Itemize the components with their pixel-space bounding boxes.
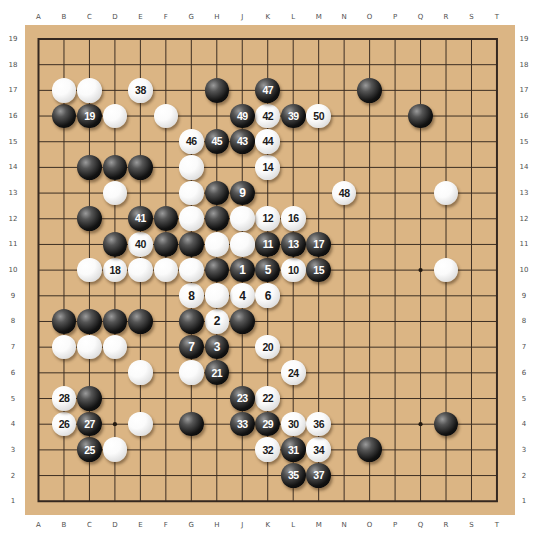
coordinate-label-right: 16 (520, 112, 529, 120)
stone-J9: 4 (230, 283, 255, 308)
stone-B17 (52, 78, 77, 103)
coordinate-label-left: 17 (9, 86, 18, 94)
stone-D3 (103, 437, 128, 462)
move-number: 18 (110, 265, 121, 276)
move-number: 1 (239, 264, 245, 276)
coordinate-label-left: 14 (9, 163, 18, 171)
stone-J10: 1 (230, 258, 255, 283)
stone-D16 (103, 104, 128, 129)
stone-D13 (103, 181, 128, 206)
coordinate-label-left: 15 (9, 138, 18, 146)
coordinate-label-top: N (342, 13, 347, 21)
coordinate-label-left: 8 (11, 317, 15, 325)
stone-H13 (205, 181, 230, 206)
stone-E14 (128, 155, 153, 180)
stone-F10 (154, 258, 179, 283)
coordinate-label-bottom: D (112, 521, 117, 529)
move-number: 31 (288, 445, 299, 456)
coordinate-label-top: H (214, 13, 219, 21)
move-number: 21 (211, 368, 222, 379)
coordinate-label-top: P (393, 13, 397, 21)
coordinate-label-bottom: R (444, 521, 449, 529)
stone-L11: 13 (281, 232, 306, 257)
move-number: 15 (313, 265, 324, 276)
coordinate-label-top: F (164, 13, 168, 21)
stone-E8 (128, 309, 153, 334)
coordinate-label-left: 6 (11, 369, 15, 377)
coordinate-label-bottom: N (342, 521, 347, 529)
stone-D11 (103, 232, 128, 257)
move-number: 13 (288, 239, 299, 250)
stone-H7: 3 (205, 335, 230, 360)
stone-K5: 22 (255, 386, 280, 411)
coordinate-label-top: S (469, 13, 473, 21)
stone-E11: 40 (128, 232, 153, 257)
move-number: 48 (339, 188, 350, 199)
move-number: 16 (288, 213, 299, 224)
coordinate-label-left: 10 (9, 266, 18, 274)
coordinate-label-top: C (87, 13, 92, 21)
move-number: 17 (313, 239, 324, 250)
coordinate-label-left: 13 (9, 189, 18, 197)
move-number: 44 (262, 136, 273, 147)
coordinate-label-top: T (495, 13, 499, 21)
move-number: 29 (262, 419, 273, 430)
move-number: 9 (239, 187, 245, 199)
stone-K12: 12 (255, 206, 280, 231)
stone-C14 (77, 155, 102, 180)
stone-L12: 16 (281, 206, 306, 231)
coordinate-label-bottom: F (164, 521, 168, 529)
coordinate-label-left: 2 (11, 472, 15, 480)
coordinate-label-right: 3 (522, 446, 526, 454)
stone-C16: 19 (77, 104, 102, 129)
move-number: 50 (313, 111, 324, 122)
stone-H10 (205, 258, 230, 283)
stone-C5 (77, 386, 102, 411)
coordinate-label-right: 14 (520, 163, 529, 171)
stone-R13 (434, 181, 459, 206)
move-number: 37 (313, 470, 324, 481)
stone-H11 (205, 232, 230, 257)
stone-R10 (434, 258, 459, 283)
stone-K15: 44 (255, 129, 280, 154)
coordinate-label-bottom: K (265, 521, 270, 529)
stone-J15: 43 (230, 129, 255, 154)
move-number: 38 (135, 85, 146, 96)
coordinate-label-bottom: J (241, 521, 243, 529)
move-number: 40 (135, 239, 146, 250)
move-number: 49 (237, 111, 248, 122)
coordinate-label-top: M (316, 13, 322, 21)
stone-Q16 (408, 104, 433, 129)
stone-K9: 6 (255, 283, 280, 308)
stone-H17 (205, 78, 230, 103)
coordinate-label-right: 15 (520, 138, 529, 146)
move-number: 36 (313, 419, 324, 430)
move-number: 47 (262, 85, 273, 96)
stone-O3 (357, 437, 382, 462)
stone-J5: 23 (230, 386, 255, 411)
coordinate-label-right: 1 (522, 497, 526, 505)
stone-D7 (103, 335, 128, 360)
move-number: 23 (237, 393, 248, 404)
stone-K3: 32 (255, 437, 280, 462)
stone-C4: 27 (77, 412, 102, 437)
move-number: 11 (263, 239, 273, 250)
stone-L10: 10 (281, 258, 306, 283)
stone-F16 (154, 104, 179, 129)
stone-D10: 18 (103, 258, 128, 283)
coordinate-label-bottom: H (214, 521, 219, 529)
move-number: 42 (262, 111, 273, 122)
stone-D14 (103, 155, 128, 180)
stone-C17 (77, 78, 102, 103)
stone-L4: 30 (281, 412, 306, 437)
stone-M10: 15 (306, 258, 331, 283)
coordinate-label-left: 5 (11, 395, 15, 403)
coordinate-label-bottom: Q (418, 521, 424, 529)
coordinate-label-top: G (189, 13, 194, 21)
stone-G13 (179, 181, 204, 206)
stone-K10: 5 (255, 258, 280, 283)
coordinate-label-right: 4 (522, 420, 526, 428)
coordinate-label-right: 7 (522, 343, 526, 351)
coordinate-label-bottom: M (316, 521, 322, 529)
go-diagram: 1234567891011121314151617181920212223242… (0, 0, 540, 540)
coordinate-label-right: 11 (520, 240, 529, 248)
coordinate-label-right: 19 (520, 35, 529, 43)
stone-K4: 29 (255, 412, 280, 437)
stone-B7 (52, 335, 77, 360)
move-number: 28 (59, 393, 70, 404)
coordinate-label-right: 13 (520, 189, 529, 197)
stone-E12: 41 (128, 206, 153, 231)
stone-J8 (230, 309, 255, 334)
stone-E10 (128, 258, 153, 283)
stone-B8 (52, 309, 77, 334)
stone-G10 (179, 258, 204, 283)
stone-C7 (77, 335, 102, 360)
stone-J11 (230, 232, 255, 257)
stone-G11 (179, 232, 204, 257)
stone-B16 (52, 104, 77, 129)
move-number: 39 (288, 111, 299, 122)
stone-M16: 50 (306, 104, 331, 129)
stone-F11 (154, 232, 179, 257)
stone-K7: 20 (255, 335, 280, 360)
coordinate-label-left: 19 (9, 35, 18, 43)
coordinate-label-left: 7 (11, 343, 15, 351)
coordinate-label-bottom: T (495, 521, 499, 529)
stone-E6 (128, 360, 153, 385)
stone-F12 (154, 206, 179, 231)
stone-N13: 48 (332, 181, 357, 206)
coordinate-label-top: A (36, 13, 41, 21)
coordinate-label-right: 8 (522, 317, 526, 325)
coordinate-label-top: Q (418, 13, 424, 21)
coordinate-label-bottom: A (36, 521, 41, 529)
coordinate-label-left: 4 (11, 420, 15, 428)
move-number: 2 (214, 315, 220, 327)
move-number: 8 (188, 290, 194, 302)
stone-G12 (179, 206, 204, 231)
stone-M4: 36 (306, 412, 331, 437)
coordinate-label-top: E (138, 13, 142, 21)
move-number: 41 (135, 213, 146, 224)
coordinate-label-right: 12 (520, 215, 529, 223)
stone-J13: 9 (230, 181, 255, 206)
coordinate-label-top: O (367, 13, 373, 21)
stone-D8 (103, 309, 128, 334)
stone-G14 (179, 155, 204, 180)
coordinate-label-right: 9 (522, 292, 526, 300)
move-number: 34 (313, 445, 324, 456)
go-board[interactable]: 1234567891011121314151617181920212223242… (25, 25, 515, 515)
stone-E17: 38 (128, 78, 153, 103)
move-number: 14 (262, 162, 273, 173)
move-number: 27 (84, 419, 95, 430)
coordinate-label-left: 9 (11, 292, 15, 300)
coordinate-label-top: L (291, 13, 295, 21)
coordinate-label-top: K (265, 13, 270, 21)
stone-B5: 28 (52, 386, 77, 411)
stone-K17: 47 (255, 78, 280, 103)
coordinate-label-left: 12 (9, 215, 18, 223)
move-number: 24 (288, 368, 299, 379)
stone-K11: 11 (255, 232, 280, 257)
stone-L16: 39 (281, 104, 306, 129)
coordinate-label-top: R (444, 13, 449, 21)
coordinate-label-bottom: P (393, 521, 397, 529)
stone-M11: 17 (306, 232, 331, 257)
stone-G15: 46 (179, 129, 204, 154)
stone-E4 (128, 412, 153, 437)
coordinate-label-right: 5 (522, 395, 526, 403)
stones-layer: 1234567891011121314151617181920212223242… (26, 26, 510, 514)
coordinate-label-bottom: B (62, 521, 67, 529)
stone-H6: 21 (205, 360, 230, 385)
stone-G7: 7 (179, 335, 204, 360)
coordinate-label-right: 10 (520, 266, 529, 274)
move-number: 22 (262, 393, 273, 404)
stone-G8 (179, 309, 204, 334)
coordinate-label-left: 3 (11, 446, 15, 454)
stone-K14: 14 (255, 155, 280, 180)
move-number: 25 (84, 445, 95, 456)
move-number: 43 (237, 136, 248, 147)
move-number: 45 (211, 136, 222, 147)
stone-C12 (77, 206, 102, 231)
coordinate-label-bottom: G (189, 521, 194, 529)
coordinate-label-right: 17 (520, 86, 529, 94)
stone-G9: 8 (179, 283, 204, 308)
coordinate-label-left: 1 (11, 497, 15, 505)
coordinate-label-bottom: O (367, 521, 373, 529)
stone-G4 (179, 412, 204, 437)
coordinate-label-left: 11 (9, 240, 18, 248)
stone-H9 (205, 283, 230, 308)
coordinate-label-right: 6 (522, 369, 526, 377)
stone-K16: 42 (255, 104, 280, 129)
coordinate-label-top: J (241, 13, 243, 21)
stone-O17 (357, 78, 382, 103)
stone-C8 (77, 309, 102, 334)
move-number: 3 (214, 341, 220, 353)
stone-C10 (77, 258, 102, 283)
coordinate-label-bottom: S (469, 521, 473, 529)
coordinate-label-left: 16 (9, 112, 18, 120)
move-number: 10 (288, 265, 299, 276)
move-number: 32 (262, 445, 273, 456)
coordinate-label-bottom: E (138, 521, 142, 529)
stone-B4: 26 (52, 412, 77, 437)
stone-M2: 37 (306, 463, 331, 488)
stone-J16: 49 (230, 104, 255, 129)
stone-J12 (230, 206, 255, 231)
move-number: 4 (239, 290, 245, 302)
move-number: 12 (262, 213, 273, 224)
coordinate-label-right: 18 (520, 61, 529, 69)
move-number: 33 (237, 419, 248, 430)
stone-L2: 35 (281, 463, 306, 488)
stone-L3: 31 (281, 437, 306, 462)
move-number: 5 (265, 264, 271, 276)
stone-M3: 34 (306, 437, 331, 462)
coordinate-label-top: B (62, 13, 67, 21)
move-number: 26 (59, 419, 70, 430)
move-number: 35 (288, 470, 299, 481)
move-number: 7 (188, 341, 194, 353)
move-number: 6 (265, 290, 271, 302)
move-number: 46 (186, 136, 197, 147)
stone-H8: 2 (205, 309, 230, 334)
coordinate-label-bottom: C (87, 521, 92, 529)
move-number: 20 (262, 342, 273, 353)
coordinate-label-bottom: L (291, 521, 295, 529)
stone-H15: 45 (205, 129, 230, 154)
move-number: 19 (84, 111, 95, 122)
stone-C3: 25 (77, 437, 102, 462)
stone-J4: 33 (230, 412, 255, 437)
stone-G6 (179, 360, 204, 385)
stone-H12 (205, 206, 230, 231)
stone-R4 (434, 412, 459, 437)
move-number: 30 (288, 419, 299, 430)
stone-L6: 24 (281, 360, 306, 385)
coordinate-label-right: 2 (522, 472, 526, 480)
coordinate-label-left: 18 (9, 61, 18, 69)
coordinate-label-top: D (112, 13, 117, 21)
